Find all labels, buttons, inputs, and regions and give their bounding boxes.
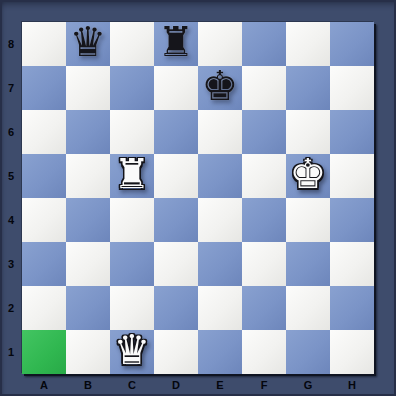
square-a1[interactable] <box>22 330 66 374</box>
square-d4[interactable] <box>154 198 198 242</box>
square-h7[interactable] <box>330 66 374 110</box>
square-b6[interactable] <box>66 110 110 154</box>
file-label-a: A <box>22 374 66 396</box>
square-f8[interactable] <box>242 22 286 66</box>
square-f5[interactable] <box>242 154 286 198</box>
square-e5[interactable] <box>198 154 242 198</box>
square-f2[interactable] <box>242 286 286 330</box>
rank-label-5: 5 <box>0 154 22 198</box>
white-king[interactable]: ♚ <box>290 152 327 196</box>
rank-label-1: 1 <box>0 330 22 374</box>
file-label-b: B <box>66 374 110 396</box>
square-f4[interactable] <box>242 198 286 242</box>
square-c2[interactable] <box>110 286 154 330</box>
square-d5[interactable] <box>154 154 198 198</box>
square-h2[interactable] <box>330 286 374 330</box>
square-d1[interactable] <box>154 330 198 374</box>
square-f7[interactable] <box>242 66 286 110</box>
square-g7[interactable] <box>286 66 330 110</box>
square-c3[interactable] <box>110 242 154 286</box>
square-a6[interactable] <box>22 110 66 154</box>
square-g3[interactable] <box>286 242 330 286</box>
square-a4[interactable] <box>22 198 66 242</box>
file-label-g: G <box>286 374 330 396</box>
rank-label-4: 4 <box>0 198 22 242</box>
square-e2[interactable] <box>198 286 242 330</box>
square-c1[interactable]: ♛ <box>110 330 154 374</box>
square-g1[interactable] <box>286 330 330 374</box>
file-label-d: D <box>154 374 198 396</box>
square-b2[interactable] <box>66 286 110 330</box>
square-b3[interactable] <box>66 242 110 286</box>
square-g8[interactable] <box>286 22 330 66</box>
black-king[interactable]: ♚ <box>202 64 239 108</box>
square-e7[interactable]: ♚ <box>198 66 242 110</box>
square-b4[interactable] <box>66 198 110 242</box>
white-rook[interactable]: ♜ <box>114 152 151 196</box>
chess-board-frame: 87654321 ♛♜♚♜♚♛ ABCDEFGH <box>0 0 396 396</box>
square-e4[interactable] <box>198 198 242 242</box>
square-a3[interactable] <box>22 242 66 286</box>
square-a8[interactable] <box>22 22 66 66</box>
black-rook[interactable]: ♜ <box>158 20 195 64</box>
rank-label-7: 7 <box>0 66 22 110</box>
square-g6[interactable] <box>286 110 330 154</box>
square-b8[interactable]: ♛ <box>66 22 110 66</box>
file-labels: ABCDEFGH <box>22 374 374 396</box>
square-a7[interactable] <box>22 66 66 110</box>
square-d3[interactable] <box>154 242 198 286</box>
square-h3[interactable] <box>330 242 374 286</box>
square-e8[interactable] <box>198 22 242 66</box>
square-b1[interactable] <box>66 330 110 374</box>
square-h4[interactable] <box>330 198 374 242</box>
square-c7[interactable] <box>110 66 154 110</box>
file-label-f: F <box>242 374 286 396</box>
square-f6[interactable] <box>242 110 286 154</box>
rank-label-6: 6 <box>0 110 22 154</box>
square-g4[interactable] <box>286 198 330 242</box>
square-c8[interactable] <box>110 22 154 66</box>
square-a5[interactable] <box>22 154 66 198</box>
square-d7[interactable] <box>154 66 198 110</box>
square-g5[interactable]: ♚ <box>286 154 330 198</box>
file-label-e: E <box>198 374 242 396</box>
file-label-c: C <box>110 374 154 396</box>
square-c6[interactable] <box>110 110 154 154</box>
square-e1[interactable] <box>198 330 242 374</box>
square-b7[interactable] <box>66 66 110 110</box>
square-f1[interactable] <box>242 330 286 374</box>
rank-label-3: 3 <box>0 242 22 286</box>
square-d2[interactable] <box>154 286 198 330</box>
square-c5[interactable]: ♜ <box>110 154 154 198</box>
chess-board: ♛♜♚♜♚♛ <box>22 22 374 374</box>
black-queen[interactable]: ♛ <box>70 20 107 64</box>
square-a2[interactable] <box>22 286 66 330</box>
square-d8[interactable]: ♜ <box>154 22 198 66</box>
square-e6[interactable] <box>198 110 242 154</box>
square-f3[interactable] <box>242 242 286 286</box>
square-h6[interactable] <box>330 110 374 154</box>
square-e3[interactable] <box>198 242 242 286</box>
square-g2[interactable] <box>286 286 330 330</box>
rank-label-8: 8 <box>0 22 22 66</box>
square-b5[interactable] <box>66 154 110 198</box>
square-h8[interactable] <box>330 22 374 66</box>
square-c4[interactable] <box>110 198 154 242</box>
rank-labels: 87654321 <box>0 22 22 374</box>
square-h5[interactable] <box>330 154 374 198</box>
square-d6[interactable] <box>154 110 198 154</box>
square-h1[interactable] <box>330 330 374 374</box>
white-queen[interactable]: ♛ <box>114 328 151 372</box>
rank-label-2: 2 <box>0 286 22 330</box>
file-label-h: H <box>330 374 374 396</box>
